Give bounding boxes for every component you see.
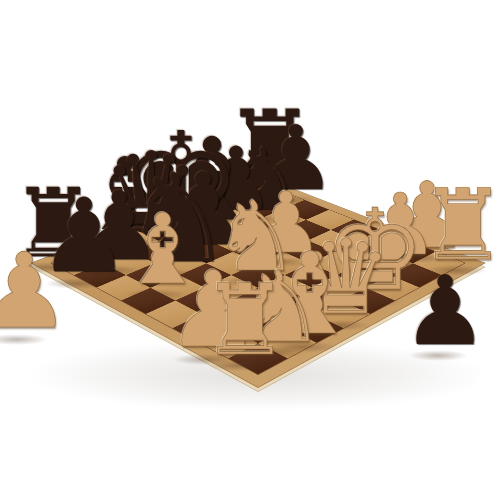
captured-light-pawn[interactable]: ♟ [0, 239, 71, 343]
light-rook-b2[interactable]: ♜ [201, 271, 289, 369]
chess-set-photo: ♜♟♟♝♛♚♞♟♝♟♜♞♟♝♞♟♟♜♞♝♛♚♟♟♜♟♟ [0, 0, 500, 500]
captured-dark-pawn[interactable]: ♟ [402, 263, 488, 359]
